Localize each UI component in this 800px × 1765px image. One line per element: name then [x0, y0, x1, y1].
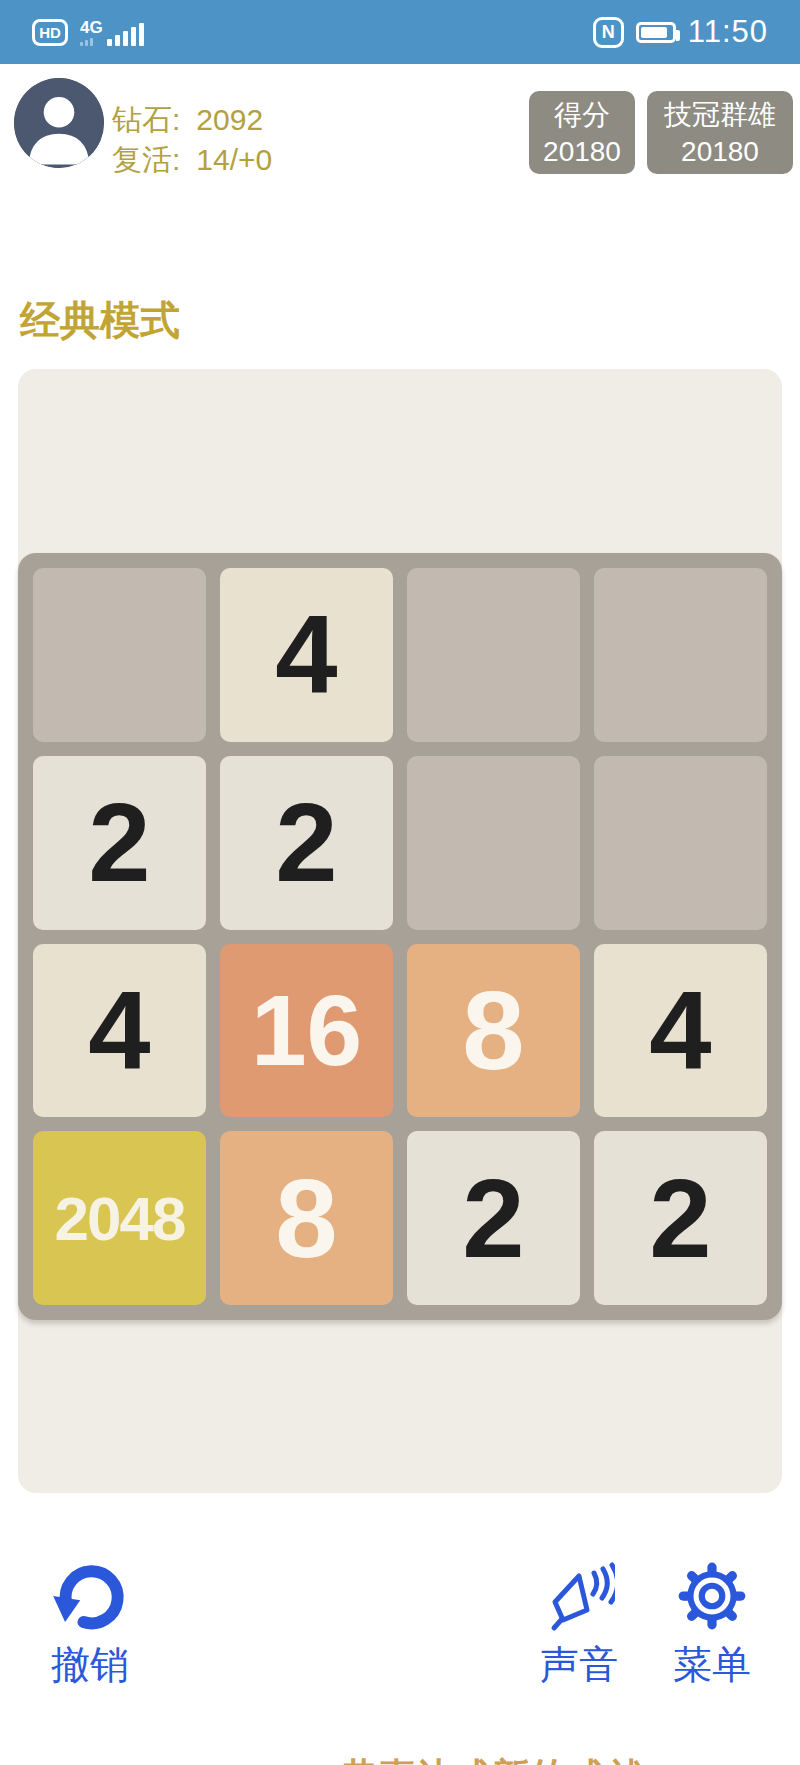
hd-icon: HD: [32, 19, 68, 46]
best-score-title: 技冠群雄: [664, 96, 776, 133]
tile-8: 8: [220, 1131, 393, 1305]
tile-2048: 2048: [33, 1131, 206, 1305]
sound-label: 声音: [540, 1638, 618, 1692]
bottom-banner-text: 恭喜达成新的成就: [0, 1744, 800, 1765]
signal-bars-icon: [107, 23, 144, 46]
empty-cell: [407, 568, 580, 742]
revive-label: 复活:: [112, 140, 180, 181]
battery-icon: [636, 22, 676, 43]
person-silhouette-icon: [14, 78, 104, 168]
secondary-signal-icon: [80, 38, 93, 46]
speaker-icon: [543, 1556, 615, 1636]
tile-2: 2: [33, 756, 206, 930]
player-stats: 钻石: 2092 复活: 14/+0: [112, 100, 272, 180]
page-title: 经典模式: [20, 293, 180, 348]
signal-strength-icon: 4G: [80, 19, 144, 46]
tile-4: 4: [220, 568, 393, 742]
score-button[interactable]: 得分 20180: [529, 91, 635, 174]
empty-cell: [594, 568, 767, 742]
tile-4: 4: [594, 944, 767, 1118]
network-type-label: 4G: [80, 19, 103, 36]
score-button-value: 20180: [543, 133, 621, 170]
sound-button[interactable]: 声音: [532, 1556, 626, 1692]
undo-button[interactable]: 撤销: [40, 1556, 140, 1692]
undo-label: 撤销: [51, 1638, 129, 1692]
undo-icon: [51, 1556, 129, 1636]
diamond-label: 钻石:: [112, 100, 180, 141]
gear-icon: [675, 1556, 749, 1636]
tile-8: 8: [407, 944, 580, 1118]
tile-2: 2: [594, 1131, 767, 1305]
app-screen: HD 4G N 11:50: [0, 0, 800, 1765]
diamond-value: 2092: [196, 103, 263, 137]
bottom-banner: 恭喜达成新的成就: [0, 1744, 800, 1765]
revive-value: 14/+0: [196, 143, 272, 177]
score-button-title: 得分: [554, 96, 610, 133]
best-score-value: 20180: [681, 133, 759, 170]
tile-2: 2: [220, 756, 393, 930]
empty-cell: [33, 568, 206, 742]
status-bar: HD 4G N 11:50: [0, 0, 800, 64]
empty-cell: [594, 756, 767, 930]
best-score-button[interactable]: 技冠群雄 20180: [647, 91, 793, 174]
clock: 11:50: [688, 14, 768, 50]
empty-cell: [407, 756, 580, 930]
tile-4: 4: [33, 944, 206, 1118]
menu-label: 菜单: [673, 1638, 751, 1692]
board[interactable]: 422416842048822: [18, 553, 782, 1320]
tile-16: 16: [220, 944, 393, 1118]
nfc-icon: N: [593, 17, 624, 48]
menu-button[interactable]: 菜单: [664, 1556, 760, 1692]
avatar[interactable]: [14, 78, 104, 168]
tile-2: 2: [407, 1131, 580, 1305]
